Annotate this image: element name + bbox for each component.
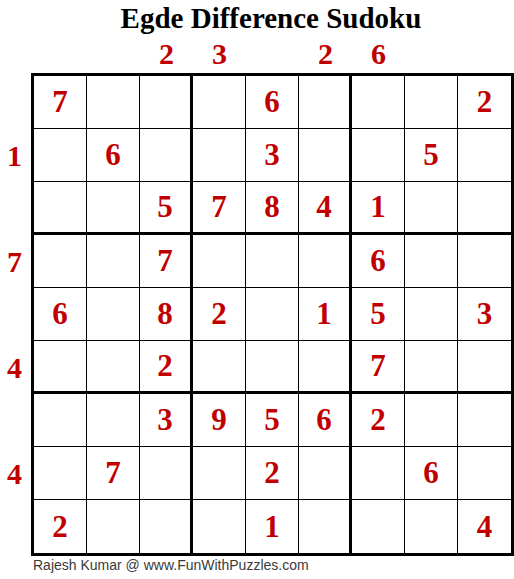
- cell-r1c3[interactable]: [140, 76, 193, 129]
- top-clue-col-9: [458, 38, 511, 70]
- cell-r2c2[interactable]: 6: [87, 129, 140, 182]
- cell-r4c3[interactable]: 7: [140, 235, 193, 288]
- cell-r1c5[interactable]: 6: [246, 76, 299, 129]
- top-clue-col-6: 2: [299, 38, 352, 70]
- cell-r8c5[interactable]: 2: [246, 447, 299, 500]
- left-clue-row-4: 7: [1, 235, 28, 288]
- cell-r8c1[interactable]: [34, 447, 87, 500]
- left-edge-clues: 1744: [1, 76, 28, 553]
- cell-r2c7[interactable]: [352, 129, 405, 182]
- copyright-credit: Rajesh Kumar @ www.FunWithPuzzles.com: [33, 557, 309, 573]
- cell-r1c6[interactable]: [299, 76, 352, 129]
- cell-r3c7[interactable]: 1: [352, 182, 405, 235]
- cell-r7c2[interactable]: [87, 394, 140, 447]
- cell-r6c2[interactable]: [87, 341, 140, 394]
- cell-r2c9[interactable]: [458, 129, 511, 182]
- left-clue-row-8: 4: [1, 447, 28, 500]
- cell-r8c8[interactable]: 6: [405, 447, 458, 500]
- cell-r6c8[interactable]: [405, 341, 458, 394]
- cell-r6c6[interactable]: [299, 341, 352, 394]
- cell-r5c5[interactable]: [246, 288, 299, 341]
- cell-r3c3[interactable]: 5: [140, 182, 193, 235]
- cell-r4c8[interactable]: [405, 235, 458, 288]
- cell-r4c6[interactable]: [299, 235, 352, 288]
- left-clue-row-7: [1, 394, 28, 447]
- cell-r9c8[interactable]: [405, 500, 458, 553]
- cell-r9c2[interactable]: [87, 500, 140, 553]
- cell-r5c4[interactable]: 2: [193, 288, 246, 341]
- puzzle-page: Egde Difference Sudoku 2326 1744 7626355…: [0, 0, 514, 579]
- cell-r8c3[interactable]: [140, 447, 193, 500]
- left-clue-row-5: [1, 288, 28, 341]
- top-clue-col-7: 6: [352, 38, 405, 70]
- cell-r5c3[interactable]: 8: [140, 288, 193, 341]
- top-clue-col-4: 3: [193, 38, 246, 70]
- cell-r6c3[interactable]: 2: [140, 341, 193, 394]
- top-edge-clues: 2326: [34, 38, 511, 70]
- cell-r5c8[interactable]: [405, 288, 458, 341]
- cell-r6c5[interactable]: [246, 341, 299, 394]
- top-clue-col-8: [405, 38, 458, 70]
- left-clue-row-2: 1: [1, 129, 28, 182]
- left-clue-row-1: [1, 76, 28, 129]
- left-clue-row-6: 4: [1, 341, 28, 394]
- cell-r9c5[interactable]: 1: [246, 500, 299, 553]
- cell-r5c6[interactable]: 1: [299, 288, 352, 341]
- cell-r7c1[interactable]: [34, 394, 87, 447]
- cell-r5c9[interactable]: 3: [458, 288, 511, 341]
- cell-r5c1[interactable]: 6: [34, 288, 87, 341]
- cell-r1c4[interactable]: [193, 76, 246, 129]
- cell-r4c1[interactable]: [34, 235, 87, 288]
- cell-r4c7[interactable]: 6: [352, 235, 405, 288]
- cell-r1c1[interactable]: 7: [34, 76, 87, 129]
- cell-r7c9[interactable]: [458, 394, 511, 447]
- cell-r1c9[interactable]: 2: [458, 76, 511, 129]
- cell-r8c9[interactable]: [458, 447, 511, 500]
- cell-r6c1[interactable]: [34, 341, 87, 394]
- cell-r5c2[interactable]: [87, 288, 140, 341]
- cell-r8c6[interactable]: [299, 447, 352, 500]
- cell-r2c8[interactable]: 5: [405, 129, 458, 182]
- cell-r3c4[interactable]: 7: [193, 182, 246, 235]
- top-clue-col-2: [87, 38, 140, 70]
- cell-r8c7[interactable]: [352, 447, 405, 500]
- cell-r4c9[interactable]: [458, 235, 511, 288]
- cell-r6c7[interactable]: 7: [352, 341, 405, 394]
- cell-r4c2[interactable]: [87, 235, 140, 288]
- cell-r2c4[interactable]: [193, 129, 246, 182]
- left-clue-row-3: [1, 182, 28, 235]
- cell-r3c9[interactable]: [458, 182, 511, 235]
- cell-r3c2[interactable]: [87, 182, 140, 235]
- cell-r8c4[interactable]: [193, 447, 246, 500]
- cell-r3c5[interactable]: 8: [246, 182, 299, 235]
- cell-r6c4[interactable]: [193, 341, 246, 394]
- cell-r5c7[interactable]: 5: [352, 288, 405, 341]
- cell-r7c4[interactable]: 9: [193, 394, 246, 447]
- sudoku-grid: 76263557841766821532739562726214: [31, 73, 514, 556]
- cell-r7c6[interactable]: 6: [299, 394, 352, 447]
- cell-r2c1[interactable]: [34, 129, 87, 182]
- top-clue-col-3: 2: [140, 38, 193, 70]
- left-clue-row-9: [1, 500, 28, 553]
- cell-r7c3[interactable]: 3: [140, 394, 193, 447]
- cell-r7c8[interactable]: [405, 394, 458, 447]
- cell-r3c6[interactable]: 4: [299, 182, 352, 235]
- cell-r1c8[interactable]: [405, 76, 458, 129]
- cell-r9c3[interactable]: [140, 500, 193, 553]
- cell-r6c9[interactable]: [458, 341, 511, 394]
- cell-r4c5[interactable]: [246, 235, 299, 288]
- cell-r9c9[interactable]: 4: [458, 500, 511, 553]
- puzzle-title: Egde Difference Sudoku: [28, 2, 514, 35]
- cell-r2c3[interactable]: [140, 129, 193, 182]
- top-clue-col-1: [34, 38, 87, 70]
- cell-r2c6[interactable]: [299, 129, 352, 182]
- top-clue-col-5: [246, 38, 299, 70]
- cell-r3c1[interactable]: [34, 182, 87, 235]
- cell-r4c4[interactable]: [193, 235, 246, 288]
- cell-r1c7[interactable]: [352, 76, 405, 129]
- cell-r9c6[interactable]: [299, 500, 352, 553]
- cell-r2c5[interactable]: 3: [246, 129, 299, 182]
- cell-r8c2[interactable]: 7: [87, 447, 140, 500]
- cell-r7c5[interactable]: 5: [246, 394, 299, 447]
- cell-r1c2[interactable]: [87, 76, 140, 129]
- cell-r9c1[interactable]: 2: [34, 500, 87, 553]
- cell-r3c8[interactable]: [405, 182, 458, 235]
- cell-r7c7[interactable]: 2: [352, 394, 405, 447]
- cell-r9c4[interactable]: [193, 500, 246, 553]
- cell-r9c7[interactable]: [352, 500, 405, 553]
